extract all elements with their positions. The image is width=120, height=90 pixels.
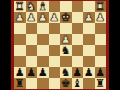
piece-black-pawn[interactable]: ♟ <box>72 67 82 78</box>
square-c6[interactable] <box>72 56 84 67</box>
square-a5[interactable] <box>95 45 107 56</box>
square-g5[interactable] <box>26 45 38 56</box>
piece-white-pawn[interactable]: ♟ <box>61 34 71 45</box>
square-h8[interactable]: ♜ <box>14 78 26 89</box>
piece-white-pawn[interactable]: ♟ <box>15 12 25 23</box>
piece-black-pawn[interactable]: ♟ <box>38 67 48 78</box>
piece-white-bishop[interactable]: ♝ <box>38 1 48 12</box>
square-e3[interactable] <box>49 23 61 34</box>
piece-black-pawn[interactable]: ♟ <box>15 67 25 78</box>
piece-black-knight[interactable]: ♞ <box>61 67 71 78</box>
square-e5[interactable] <box>49 45 61 56</box>
square-b8[interactable] <box>83 78 95 89</box>
square-g3[interactable] <box>26 23 38 34</box>
chess-diagram: ♜♞♝♜♟♟♟♟♚♟♟♟♞♟♟♟♞♟♟♟♜♚♝♜ <box>0 0 120 90</box>
square-b1[interactable] <box>83 1 95 12</box>
piece-black-pawn[interactable]: ♟ <box>84 67 94 78</box>
square-d1[interactable] <box>60 1 72 12</box>
square-g1[interactable]: ♞ <box>26 1 38 12</box>
piece-white-king[interactable]: ♚ <box>61 12 71 23</box>
square-a1[interactable]: ♜ <box>95 1 107 12</box>
square-e2[interactable]: ♟ <box>49 12 61 23</box>
square-b2[interactable]: ♟ <box>83 12 95 23</box>
square-h4[interactable] <box>14 34 26 45</box>
square-e7[interactable] <box>49 67 61 78</box>
square-f6[interactable] <box>37 56 49 67</box>
square-d3[interactable] <box>60 23 72 34</box>
square-h5[interactable] <box>14 45 26 56</box>
square-g4[interactable] <box>26 34 38 45</box>
square-f8[interactable] <box>37 78 49 89</box>
square-e1[interactable] <box>49 1 61 12</box>
square-d5[interactable]: ♞ <box>60 45 72 56</box>
square-e6[interactable] <box>49 56 61 67</box>
square-h6[interactable] <box>14 56 26 67</box>
piece-white-knight[interactable]: ♞ <box>26 1 36 12</box>
square-a2[interactable]: ♟ <box>95 12 107 23</box>
square-a7[interactable]: ♟ <box>95 67 107 78</box>
square-d2[interactable]: ♚ <box>60 12 72 23</box>
piece-black-king[interactable]: ♚ <box>61 78 71 89</box>
square-c3[interactable] <box>72 23 84 34</box>
square-c1[interactable] <box>72 1 84 12</box>
square-c7[interactable]: ♟ <box>72 67 84 78</box>
square-a3[interactable] <box>95 23 107 34</box>
piece-white-rook[interactable]: ♜ <box>95 1 105 12</box>
piece-white-pawn[interactable]: ♟ <box>84 12 94 23</box>
square-d8[interactable]: ♚ <box>60 78 72 89</box>
square-e4[interactable] <box>49 34 61 45</box>
square-a8[interactable]: ♜ <box>95 78 107 89</box>
piece-black-bishop[interactable]: ♝ <box>72 78 82 89</box>
square-f4[interactable] <box>37 34 49 45</box>
square-b6[interactable] <box>83 56 95 67</box>
piece-black-pawn[interactable]: ♟ <box>95 67 105 78</box>
square-g2[interactable]: ♟ <box>26 12 38 23</box>
square-g6[interactable] <box>26 56 38 67</box>
square-h7[interactable]: ♟ <box>14 67 26 78</box>
piece-black-rook[interactable]: ♜ <box>15 78 25 89</box>
board-frame: ♜♞♝♜♟♟♟♟♚♟♟♟♞♟♟♟♞♟♟♟♜♚♝♜ <box>11 0 109 90</box>
square-g7[interactable]: ♟ <box>26 67 38 78</box>
square-f3[interactable] <box>37 23 49 34</box>
square-b4[interactable] <box>83 34 95 45</box>
square-g8[interactable] <box>26 78 38 89</box>
piece-black-knight[interactable]: ♞ <box>61 45 71 56</box>
piece-white-pawn[interactable]: ♟ <box>38 12 48 23</box>
square-b5[interactable] <box>83 45 95 56</box>
square-a4[interactable] <box>95 34 107 45</box>
square-b3[interactable] <box>83 23 95 34</box>
square-f5[interactable] <box>37 45 49 56</box>
square-h3[interactable] <box>14 23 26 34</box>
piece-white-pawn[interactable]: ♟ <box>49 12 59 23</box>
piece-white-pawn[interactable]: ♟ <box>95 12 105 23</box>
square-c4[interactable] <box>72 34 84 45</box>
square-d4[interactable]: ♟ <box>60 34 72 45</box>
square-f1[interactable]: ♝ <box>37 1 49 12</box>
piece-black-pawn[interactable]: ♟ <box>26 67 36 78</box>
chess-board[interactable]: ♜♞♝♜♟♟♟♟♚♟♟♟♞♟♟♟♞♟♟♟♜♚♝♜ <box>14 1 106 89</box>
square-h1[interactable]: ♜ <box>14 1 26 12</box>
square-a6[interactable] <box>95 56 107 67</box>
square-f2[interactable]: ♟ <box>37 12 49 23</box>
square-f7[interactable]: ♟ <box>37 67 49 78</box>
square-c2[interactable] <box>72 12 84 23</box>
square-c8[interactable]: ♝ <box>72 78 84 89</box>
piece-white-pawn[interactable]: ♟ <box>26 12 36 23</box>
square-b7[interactable]: ♟ <box>83 67 95 78</box>
square-e8[interactable] <box>49 78 61 89</box>
square-d7[interactable]: ♞ <box>60 67 72 78</box>
piece-black-rook[interactable]: ♜ <box>95 78 105 89</box>
square-d6[interactable] <box>60 56 72 67</box>
piece-white-rook[interactable]: ♜ <box>15 1 25 12</box>
square-c5[interactable] <box>72 45 84 56</box>
square-h2[interactable]: ♟ <box>14 12 26 23</box>
